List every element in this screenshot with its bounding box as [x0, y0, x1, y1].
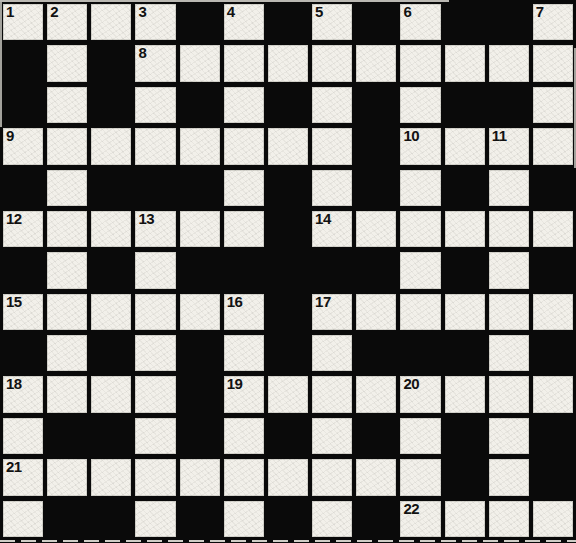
clue-number-5: 5 [315, 4, 323, 21]
cell-r3c8[interactable] [312, 87, 352, 123]
cell-r1c10[interactable]: 6 [400, 4, 440, 40]
cell-r8c11[interactable] [445, 294, 485, 330]
cell-r4c7[interactable] [268, 128, 308, 164]
cell-r6c10[interactable] [400, 211, 440, 247]
cell-r9c2[interactable] [47, 335, 87, 371]
cell-r2c11[interactable] [445, 45, 485, 81]
cell-r1c9 [356, 4, 396, 40]
cell-r9c7 [268, 335, 308, 371]
cell-r5c1 [3, 170, 43, 206]
cell-r13c13[interactable] [533, 501, 573, 537]
cell-r3c7 [268, 87, 308, 123]
cell-r8c10[interactable] [400, 294, 440, 330]
cell-r3c3 [91, 87, 131, 123]
cell-r13c11[interactable] [445, 501, 485, 537]
cell-r8c12[interactable] [489, 294, 529, 330]
cell-r5c11 [445, 170, 485, 206]
cell-r10c3[interactable] [91, 376, 131, 412]
cell-r3c5 [180, 87, 220, 123]
cell-r1c13[interactable]: 7 [533, 4, 573, 40]
cell-r7c8 [312, 252, 352, 288]
cell-r7c3 [91, 252, 131, 288]
cell-r11c9 [356, 418, 396, 454]
cell-r1c12 [489, 4, 529, 40]
cell-r13c12[interactable] [489, 501, 529, 537]
cell-r6c9[interactable] [356, 211, 396, 247]
cell-r6c6[interactable] [224, 211, 264, 247]
cell-r4c13[interactable] [533, 128, 573, 164]
cell-r7c10[interactable] [400, 252, 440, 288]
cell-r4c6[interactable] [224, 128, 264, 164]
cell-r6c1[interactable]: 12 [3, 211, 43, 247]
clue-number-20: 20 [403, 376, 419, 393]
cell-r12c9[interactable] [356, 459, 396, 495]
cell-r13c4[interactable] [135, 501, 175, 537]
cell-r9c6[interactable] [224, 335, 264, 371]
cell-r2c13[interactable] [533, 45, 573, 81]
cell-r12c10[interactable] [400, 459, 440, 495]
cell-r12c6[interactable] [224, 459, 264, 495]
cell-r1c2[interactable]: 2 [47, 4, 87, 40]
cell-r4c1[interactable]: 9 [3, 128, 43, 164]
cell-r9c11 [445, 335, 485, 371]
cell-r3c11 [445, 87, 485, 123]
cell-r7c9 [356, 252, 396, 288]
cell-r5c13 [533, 170, 573, 206]
cell-r4c2[interactable] [47, 128, 87, 164]
cell-r8c4[interactable] [135, 294, 175, 330]
cell-r4c10[interactable]: 10 [400, 128, 440, 164]
cell-r13c7 [268, 501, 308, 537]
cell-r13c8[interactable] [312, 501, 352, 537]
cell-r11c12[interactable] [489, 418, 529, 454]
cell-r12c7[interactable] [268, 459, 308, 495]
scan-artifact-left-edge [0, 2, 2, 127]
cell-r6c13[interactable] [533, 211, 573, 247]
clue-number-16: 16 [227, 294, 243, 311]
cell-r10c13[interactable] [533, 376, 573, 412]
cell-r5c9 [356, 170, 396, 206]
cell-r11c2 [47, 418, 87, 454]
cell-r8c5[interactable] [180, 294, 220, 330]
cell-r5c2[interactable] [47, 170, 87, 206]
cell-r3c2[interactable] [47, 87, 87, 123]
cell-r1c7 [268, 4, 308, 40]
cell-r11c6[interactable] [224, 418, 264, 454]
cell-r3c6[interactable] [224, 87, 264, 123]
cell-r2c7[interactable] [268, 45, 308, 81]
cell-r8c13[interactable] [533, 294, 573, 330]
cell-r1c1[interactable]: 1 [3, 4, 43, 40]
cell-r6c7 [268, 211, 308, 247]
cell-r8c3[interactable] [91, 294, 131, 330]
cell-r11c7 [268, 418, 308, 454]
clue-number-11: 11 [492, 128, 507, 145]
cell-r11c4[interactable] [135, 418, 175, 454]
cell-r2c4[interactable]: 8 [135, 45, 175, 81]
cell-r1c6[interactable]: 4 [224, 4, 264, 40]
cell-r12c4[interactable] [135, 459, 175, 495]
cell-r7c4[interactable] [135, 252, 175, 288]
clue-number-10: 10 [403, 128, 419, 145]
cell-r12c11 [445, 459, 485, 495]
cell-r8c2[interactable] [47, 294, 87, 330]
cell-r10c5 [180, 376, 220, 412]
clue-number-3: 3 [138, 4, 146, 21]
cell-r2c8[interactable] [312, 45, 352, 81]
cell-r2c12[interactable] [489, 45, 529, 81]
cell-r4c9 [356, 128, 396, 164]
cell-r3c4[interactable] [135, 87, 175, 123]
cell-r7c13 [533, 252, 573, 288]
cell-r13c9 [356, 501, 396, 537]
cell-r10c10[interactable]: 20 [400, 376, 440, 412]
cell-r11c5 [180, 418, 220, 454]
cell-r1c11 [445, 4, 485, 40]
cell-r12c13 [533, 459, 573, 495]
cell-r9c8[interactable] [312, 335, 352, 371]
cell-r13c2 [47, 501, 87, 537]
cell-r13c1[interactable] [3, 501, 43, 537]
clue-number-1: 1 [6, 4, 14, 21]
clue-number-21: 21 [6, 459, 22, 476]
cell-r10c1[interactable]: 18 [3, 376, 43, 412]
cell-r7c6 [224, 252, 264, 288]
cell-r12c5[interactable] [180, 459, 220, 495]
cell-r6c11[interactable] [445, 211, 485, 247]
cell-r10c7[interactable] [268, 376, 308, 412]
cell-r5c5 [180, 170, 220, 206]
cell-r11c8[interactable] [312, 418, 352, 454]
cell-r6c8[interactable]: 14 [312, 211, 352, 247]
cell-r6c2[interactable] [47, 211, 87, 247]
clue-number-8: 8 [138, 45, 146, 62]
clue-number-13: 13 [138, 211, 154, 228]
cell-r13c3 [91, 501, 131, 537]
crossword-grid: 12345678910111213141516171819202122 [0, 0, 576, 543]
clue-number-4: 4 [227, 4, 235, 21]
cell-r7c7 [268, 252, 308, 288]
cell-r5c10[interactable] [400, 170, 440, 206]
clue-number-2: 2 [50, 4, 58, 21]
cell-r2c5[interactable] [180, 45, 220, 81]
cell-r4c11[interactable] [445, 128, 485, 164]
cell-r13c10[interactable]: 22 [400, 501, 440, 537]
cell-r12c12[interactable] [489, 459, 529, 495]
cell-r6c12[interactable] [489, 211, 529, 247]
cell-r10c4[interactable] [135, 376, 175, 412]
cell-r3c9 [356, 87, 396, 123]
clue-number-6: 6 [403, 4, 411, 21]
cell-r6c4[interactable]: 13 [135, 211, 175, 247]
cell-r2c10[interactable] [400, 45, 440, 81]
cell-r9c5 [180, 335, 220, 371]
clue-number-19: 19 [227, 376, 243, 393]
cell-r10c9[interactable] [356, 376, 396, 412]
cell-r4c5[interactable] [180, 128, 220, 164]
cell-r3c1 [3, 87, 43, 123]
cell-r3c10[interactable] [400, 87, 440, 123]
clue-number-22: 22 [403, 501, 419, 518]
cell-r4c12[interactable]: 11 [489, 128, 529, 164]
cell-r10c6[interactable]: 19 [224, 376, 264, 412]
cell-r7c1 [3, 252, 43, 288]
cell-r13c6[interactable] [224, 501, 264, 537]
clue-number-18: 18 [6, 376, 22, 393]
cell-r11c10[interactable] [400, 418, 440, 454]
cell-r12c2[interactable] [47, 459, 87, 495]
cell-r13c5 [180, 501, 220, 537]
cell-r11c1[interactable] [3, 418, 43, 454]
cell-r6c5[interactable] [180, 211, 220, 247]
cell-r10c8[interactable] [312, 376, 352, 412]
cell-r1c3[interactable] [91, 4, 131, 40]
cell-r2c1 [3, 45, 43, 81]
cell-r2c2[interactable] [47, 45, 87, 81]
cell-r5c4 [135, 170, 175, 206]
clue-number-14: 14 [315, 211, 331, 228]
cell-r11c11 [445, 418, 485, 454]
cell-r8c7 [268, 294, 308, 330]
cell-r7c5 [180, 252, 220, 288]
cell-r8c1[interactable]: 15 [3, 294, 43, 330]
cell-r9c3 [91, 335, 131, 371]
cell-r4c4[interactable] [135, 128, 175, 164]
cell-r2c9[interactable] [356, 45, 396, 81]
cell-r12c8[interactable] [312, 459, 352, 495]
cell-r12c3[interactable] [91, 459, 131, 495]
cell-r8c9[interactable] [356, 294, 396, 330]
cell-r8c8[interactable]: 17 [312, 294, 352, 330]
cell-r1c4[interactable]: 3 [135, 4, 175, 40]
cell-r10c12[interactable] [489, 376, 529, 412]
clue-number-12: 12 [6, 211, 22, 228]
cell-r5c12[interactable] [489, 170, 529, 206]
cell-r5c7 [268, 170, 308, 206]
cell-r10c2[interactable] [47, 376, 87, 412]
cell-r3c13[interactable] [533, 87, 573, 123]
clue-number-15: 15 [6, 294, 22, 311]
clue-number-9: 9 [6, 128, 14, 145]
cell-r9c10 [400, 335, 440, 371]
cell-r9c13 [533, 335, 573, 371]
cell-r4c3[interactable] [91, 128, 131, 164]
cell-r4c8[interactable] [312, 128, 352, 164]
cell-r9c12[interactable] [489, 335, 529, 371]
clue-number-7: 7 [536, 4, 544, 21]
cell-r1c8[interactable]: 5 [312, 4, 352, 40]
cell-r5c6[interactable] [224, 170, 264, 206]
cell-r7c2[interactable] [47, 252, 87, 288]
cell-r9c9 [356, 335, 396, 371]
cell-r8c6[interactable]: 16 [224, 294, 264, 330]
cell-r9c4[interactable] [135, 335, 175, 371]
cell-r3c12 [489, 87, 529, 123]
cell-r2c6[interactable] [224, 45, 264, 81]
cell-r11c13 [533, 418, 573, 454]
cell-r1c5 [180, 4, 220, 40]
cell-r7c12[interactable] [489, 252, 529, 288]
cell-r10c11[interactable] [445, 376, 485, 412]
cell-r5c3 [91, 170, 131, 206]
cell-r11c3 [91, 418, 131, 454]
clue-number-17: 17 [315, 294, 331, 311]
cell-r7c11 [445, 252, 485, 288]
cell-r2c3 [91, 45, 131, 81]
cell-r9c1 [3, 335, 43, 371]
cell-r6c3[interactable] [91, 211, 131, 247]
cell-r12c1[interactable]: 21 [3, 459, 43, 495]
cell-r5c8[interactable] [312, 170, 352, 206]
